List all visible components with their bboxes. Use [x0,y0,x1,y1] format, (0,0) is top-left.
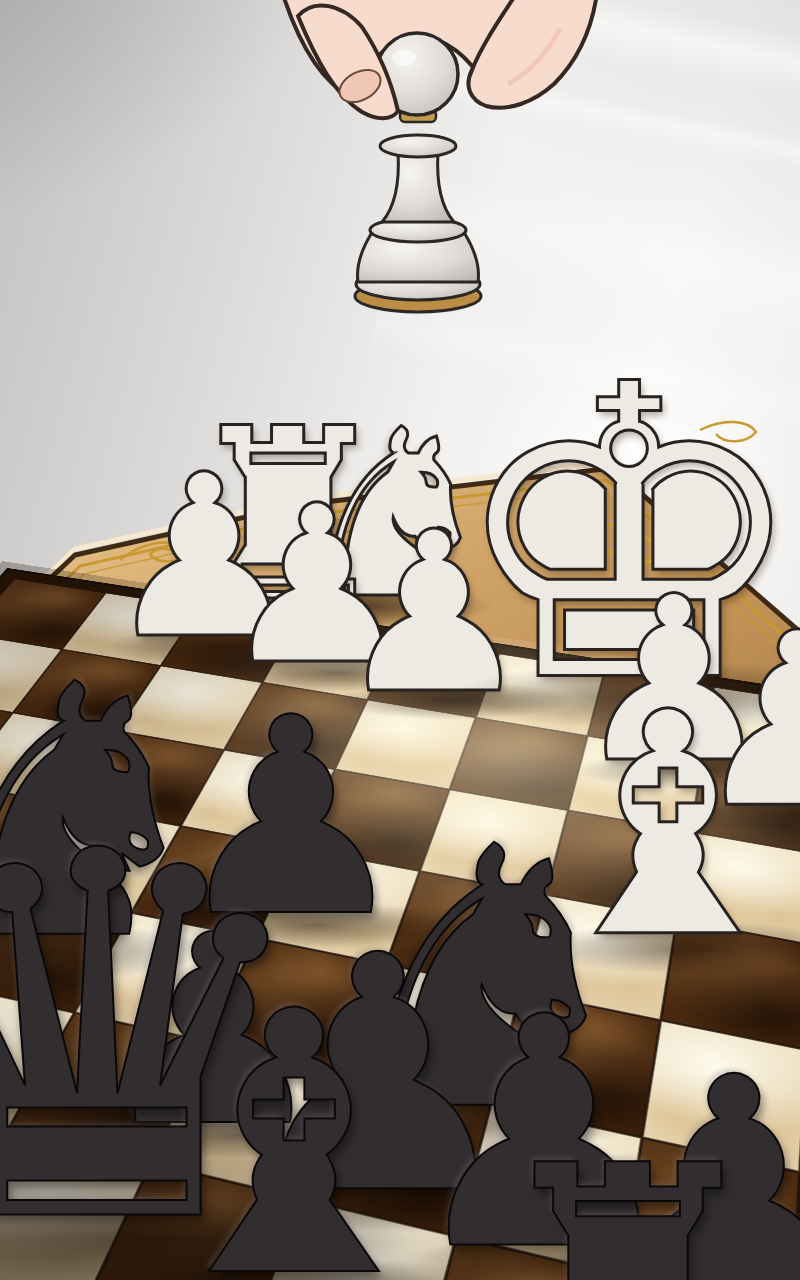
comic-panel: ♟♜♟♞♟♚♟♝♟♞♟♛♟♝♟♞♟♜♟ [0,0,800,1280]
black-rook: ♜ [479,1123,777,1280]
black-bishop: ♝ [132,965,457,1280]
